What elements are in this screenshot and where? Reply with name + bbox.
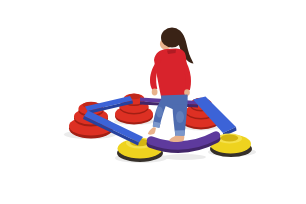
lifted-foot: [148, 127, 156, 134]
product-photo: [0, 0, 306, 204]
stone-top-inner: [221, 135, 239, 142]
torso-red-top: [154, 49, 188, 99]
lifted-knee-highlight: [156, 107, 163, 118]
shadow-curved-beam: [162, 154, 206, 160]
standing-cuff: [175, 130, 185, 136]
standing-foot: [169, 136, 184, 142]
balance-course-scene: [0, 0, 306, 204]
left-hand: [152, 89, 158, 96]
standing-knee-highlight: [176, 111, 184, 123]
hair: [161, 28, 183, 48]
